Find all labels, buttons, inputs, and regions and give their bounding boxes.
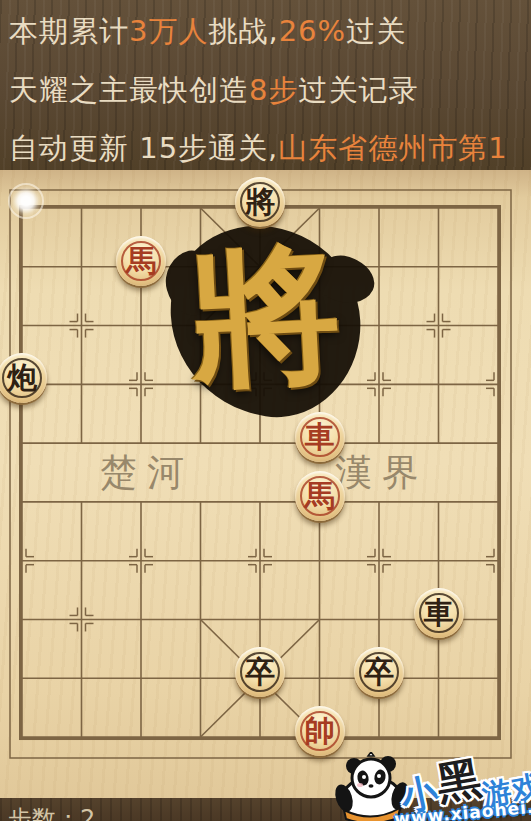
region-rank: 山东省德州市第1: [278, 131, 507, 165]
piece-red-horse-2[interactable]: 馬: [295, 471, 345, 521]
record-text: 过关记录: [298, 73, 418, 107]
piece-red-horse-1[interactable]: 馬: [116, 236, 166, 286]
piece-glyph: 卒: [364, 657, 394, 687]
record-steps: 8步: [249, 73, 298, 107]
stats-line-1: 本期累计3万人挑战,26%过关: [9, 12, 406, 52]
stats-text: 过关: [346, 14, 406, 48]
piece-black-soldier-1[interactable]: 卒: [235, 647, 285, 697]
move-count-label: 步数：: [8, 805, 80, 821]
piece-black-soldier-2[interactable]: 卒: [354, 647, 404, 697]
piece-black-chariot[interactable]: 車: [414, 588, 464, 638]
record-holder-text: 天耀之主最快创造: [9, 73, 249, 107]
app-screen: 本期累计3万人挑战,26%过关 天耀之主最快创造8步过关记录 自动更新 15步通…: [0, 0, 531, 821]
challengers-count: 3万人: [129, 14, 208, 48]
move-count: 步数：2: [8, 803, 95, 821]
piece-red-chariot[interactable]: 車: [295, 412, 345, 462]
highlight-orb: [8, 183, 44, 219]
piece-glyph: 車: [305, 422, 335, 452]
piece-glyph: 將: [245, 187, 275, 217]
challenge-stats-header: 本期累计3万人挑战,26%过关 天耀之主最快创造8步过关记录 自动更新 15步通…: [0, 0, 531, 170]
stats-text: 挑战,: [208, 14, 278, 48]
piece-glyph: 馬: [126, 246, 156, 276]
jiang-stamp: 將: [165, 223, 365, 419]
piece-glyph: 卒: [245, 657, 275, 687]
move-count-value: 2: [80, 805, 95, 821]
river-label-chu-he: 楚河: [100, 448, 194, 498]
pass-rate: 26%: [279, 14, 346, 48]
stats-line-2: 天耀之主最快创造8步过关记录: [9, 71, 418, 111]
xiaohei-watermark: 小黑游戏 www.xiaohei.com: [328, 744, 531, 821]
auto-update-text: 自动更新 15步通关,: [9, 131, 278, 165]
xiangqi-board[interactable]: 楚河 漢界 將 將馬炮車馬車卒卒帥 步数：2: [0, 170, 531, 821]
piece-black-general[interactable]: 將: [235, 177, 285, 227]
stats-line-3: 自动更新 15步通关,山东省德州市第1: [9, 129, 508, 169]
piece-glyph: 炮: [7, 363, 37, 393]
stats-text: 本期累计: [9, 14, 129, 48]
piece-glyph: 馬: [305, 481, 335, 511]
stamp-character: 將: [186, 236, 344, 394]
river-label-han-jie: 漢界: [335, 448, 429, 498]
piece-glyph: 帥: [305, 716, 335, 746]
piece-glyph: 車: [424, 598, 454, 628]
